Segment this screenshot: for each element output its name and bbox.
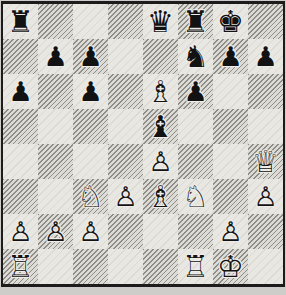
white-rook-f1: ♖	[182, 249, 209, 284]
white-pawn-h3: ♙	[253, 179, 277, 214]
square-e8[interactable]: ♛	[143, 4, 178, 39]
white-pawn-e4: ♙	[148, 144, 172, 179]
black-knight-f7: ♞	[182, 39, 209, 74]
square-f4[interactable]	[178, 144, 213, 179]
square-f2[interactable]	[178, 214, 213, 249]
square-f7[interactable]: ♞	[178, 39, 213, 74]
square-g6[interactable]	[213, 74, 248, 109]
black-pawn-g7: ♟	[218, 39, 242, 74]
white-pawn-d3: ♙	[113, 179, 137, 214]
square-d1[interactable]	[108, 249, 143, 284]
square-g8[interactable]: ♚	[213, 4, 248, 39]
square-b6[interactable]	[38, 74, 73, 109]
black-king-g8: ♚	[217, 4, 244, 39]
square-d5[interactable]	[108, 109, 143, 144]
square-g5[interactable]	[213, 109, 248, 144]
square-a5[interactable]	[3, 109, 38, 144]
square-c1[interactable]	[73, 249, 108, 284]
square-c8[interactable]	[73, 4, 108, 39]
white-queen-h4: ♕	[252, 144, 279, 179]
square-g2[interactable]: ♙	[213, 214, 248, 249]
square-d4[interactable]	[108, 144, 143, 179]
square-a3[interactable]	[3, 179, 38, 214]
square-e1[interactable]	[143, 249, 178, 284]
square-c4[interactable]	[73, 144, 108, 179]
square-f1[interactable]: ♖	[178, 249, 213, 284]
square-g3[interactable]	[213, 179, 248, 214]
chess-board: ♜♛♜♚♟♟♞♟♟♟♟♗♟♝♙♕♘♙♗♘♙♙♙♙♙♖♖♔	[3, 4, 283, 284]
square-a7[interactable]	[3, 39, 38, 74]
board-frame: ♜♛♜♚♟♟♞♟♟♟♟♗♟♝♙♕♘♙♗♘♙♙♙♙♙♖♖♔	[1, 1, 285, 287]
square-e3[interactable]: ♗	[143, 179, 178, 214]
black-pawn-c7: ♟	[78, 39, 102, 74]
white-knight-c3: ♘	[77, 179, 104, 214]
square-c2[interactable]: ♙	[73, 214, 108, 249]
black-rook-a8: ♜	[7, 4, 34, 39]
square-b8[interactable]	[38, 4, 73, 39]
square-d6[interactable]	[108, 74, 143, 109]
square-a4[interactable]	[3, 144, 38, 179]
black-queen-e8: ♛	[147, 4, 174, 39]
square-e2[interactable]	[143, 214, 178, 249]
black-pawn-f6: ♟	[183, 74, 207, 109]
square-e4[interactable]: ♙	[143, 144, 178, 179]
square-b2[interactable]: ♙	[38, 214, 73, 249]
white-king-g1: ♔	[217, 249, 244, 284]
square-h4[interactable]: ♕	[248, 144, 283, 179]
square-c3[interactable]: ♘	[73, 179, 108, 214]
square-e7[interactable]	[143, 39, 178, 74]
scanned-page: ♜♛♜♚♟♟♞♟♟♟♟♗♟♝♙♕♘♙♗♘♙♙♙♙♙♖♖♔	[0, 0, 286, 295]
square-a6[interactable]: ♟	[3, 74, 38, 109]
square-d2[interactable]	[108, 214, 143, 249]
square-b1[interactable]	[38, 249, 73, 284]
square-a8[interactable]: ♜	[3, 4, 38, 39]
square-c7[interactable]: ♟	[73, 39, 108, 74]
square-h2[interactable]	[248, 214, 283, 249]
square-h8[interactable]	[248, 4, 283, 39]
square-e6[interactable]: ♗	[143, 74, 178, 109]
square-f8[interactable]: ♜	[178, 4, 213, 39]
black-pawn-a6: ♟	[8, 74, 32, 109]
black-pawn-h7: ♟	[253, 39, 277, 74]
square-g1[interactable]: ♔	[213, 249, 248, 284]
square-b4[interactable]	[38, 144, 73, 179]
square-c5[interactable]	[73, 109, 108, 144]
black-pawn-c6: ♟	[78, 74, 102, 109]
white-rook-a1: ♖	[7, 249, 34, 284]
square-b5[interactable]	[38, 109, 73, 144]
white-bishop-e3: ♗	[147, 179, 174, 214]
black-pawn-b7: ♟	[43, 39, 67, 74]
black-bishop-e5: ♝	[147, 109, 174, 144]
square-f5[interactable]	[178, 109, 213, 144]
square-a1[interactable]: ♖	[3, 249, 38, 284]
white-knight-f3: ♘	[182, 179, 209, 214]
square-a2[interactable]: ♙	[3, 214, 38, 249]
square-d3[interactable]: ♙	[108, 179, 143, 214]
square-g4[interactable]	[213, 144, 248, 179]
square-h7[interactable]: ♟	[248, 39, 283, 74]
white-pawn-a2: ♙	[8, 214, 32, 249]
square-c6[interactable]: ♟	[73, 74, 108, 109]
square-f3[interactable]: ♘	[178, 179, 213, 214]
square-h3[interactable]: ♙	[248, 179, 283, 214]
square-h6[interactable]	[248, 74, 283, 109]
white-pawn-c2: ♙	[78, 214, 102, 249]
square-f6[interactable]: ♟	[178, 74, 213, 109]
square-b3[interactable]	[38, 179, 73, 214]
square-d8[interactable]	[108, 4, 143, 39]
white-pawn-b2: ♙	[43, 214, 67, 249]
square-h5[interactable]	[248, 109, 283, 144]
square-e5[interactable]: ♝	[143, 109, 178, 144]
square-h1[interactable]	[248, 249, 283, 284]
square-d7[interactable]	[108, 39, 143, 74]
square-g7[interactable]: ♟	[213, 39, 248, 74]
square-b7[interactable]: ♟	[38, 39, 73, 74]
black-rook-f8: ♜	[182, 4, 209, 39]
white-pawn-g2: ♙	[218, 214, 242, 249]
white-bishop-e6: ♗	[147, 74, 174, 109]
